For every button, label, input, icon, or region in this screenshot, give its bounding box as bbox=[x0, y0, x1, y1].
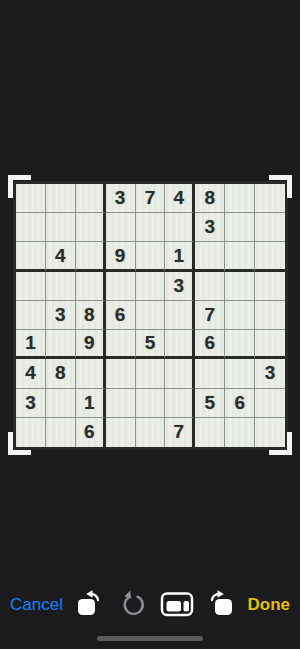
sudoku-cell bbox=[46, 213, 76, 242]
sudoku-cell: 3 bbox=[106, 184, 136, 213]
sudoku-cell bbox=[195, 359, 225, 388]
sudoku-cell bbox=[255, 242, 285, 271]
sudoku-cell bbox=[225, 418, 255, 447]
aspect-ratio-icon bbox=[159, 589, 195, 622]
sudoku-cell bbox=[225, 242, 255, 271]
sudoku-cell bbox=[165, 301, 195, 330]
sudoku-cell: 8 bbox=[46, 359, 76, 388]
sudoku-cell: 4 bbox=[165, 184, 195, 213]
sudoku-cell bbox=[46, 389, 76, 418]
sudoku-cell bbox=[136, 389, 166, 418]
sudoku-cell bbox=[106, 330, 136, 359]
sudoku-cell bbox=[46, 272, 76, 301]
home-indicator[interactable] bbox=[97, 636, 203, 641]
aspect-ratio-button[interactable] bbox=[159, 588, 195, 622]
sudoku-cell bbox=[195, 242, 225, 271]
sudoku-cell bbox=[16, 301, 46, 330]
sudoku-cell bbox=[106, 213, 136, 242]
sudoku-cell bbox=[255, 272, 285, 301]
sudoku-cell: 3 bbox=[195, 213, 225, 242]
rotate-right-button[interactable] bbox=[203, 588, 239, 622]
sudoku-cell bbox=[165, 359, 195, 388]
crop-handle-top-left[interactable] bbox=[8, 175, 31, 198]
sudoku-cell: 1 bbox=[76, 389, 106, 418]
sudoku-cell bbox=[106, 418, 136, 447]
sudoku-cell bbox=[136, 272, 166, 301]
undo-icon bbox=[118, 589, 148, 622]
sudoku-cell: 6 bbox=[76, 418, 106, 447]
crop-handle-bottom-right[interactable] bbox=[269, 432, 292, 455]
sudoku-cell bbox=[255, 389, 285, 418]
sudoku-cell bbox=[76, 359, 106, 388]
sudoku-cell: 1 bbox=[165, 242, 195, 271]
sudoku-cell bbox=[195, 272, 225, 301]
crop-handle-bottom-left[interactable] bbox=[8, 432, 31, 455]
rotate-left-icon bbox=[73, 588, 105, 623]
sudoku-cell bbox=[225, 359, 255, 388]
sudoku-cell bbox=[165, 389, 195, 418]
sudoku-cell: 3 bbox=[255, 359, 285, 388]
sudoku-cell: 3 bbox=[46, 301, 76, 330]
sudoku-cell bbox=[16, 242, 46, 271]
sudoku-cell bbox=[225, 330, 255, 359]
sudoku-cell bbox=[136, 301, 166, 330]
sudoku-cell bbox=[106, 272, 136, 301]
sudoku-cell bbox=[195, 418, 225, 447]
sudoku-cell bbox=[76, 242, 106, 271]
sudoku-cell bbox=[136, 418, 166, 447]
sudoku-cell bbox=[165, 330, 195, 359]
sudoku-cell: 1 bbox=[16, 330, 46, 359]
sudoku-cell: 6 bbox=[225, 389, 255, 418]
cancel-button[interactable]: Cancel bbox=[10, 595, 63, 615]
sudoku-cell: 9 bbox=[106, 242, 136, 271]
sudoku-cell: 9 bbox=[76, 330, 106, 359]
sudoku-cell bbox=[165, 213, 195, 242]
sudoku-cell bbox=[225, 272, 255, 301]
sudoku-cell: 8 bbox=[195, 184, 225, 213]
sudoku-cell bbox=[46, 184, 76, 213]
sudoku-cell bbox=[255, 301, 285, 330]
sudoku-cell: 4 bbox=[46, 242, 76, 271]
sudoku-cell bbox=[76, 184, 106, 213]
sudoku-cell bbox=[106, 359, 136, 388]
sudoku-cell: 5 bbox=[195, 389, 225, 418]
sudoku-cell bbox=[255, 330, 285, 359]
sudoku-cell bbox=[255, 213, 285, 242]
sudoku-cell bbox=[76, 272, 106, 301]
sudoku-cell bbox=[136, 213, 166, 242]
sudoku-cell bbox=[16, 213, 46, 242]
sudoku-cell bbox=[225, 301, 255, 330]
sudoku-cell bbox=[106, 389, 136, 418]
sudoku-cell: 7 bbox=[136, 184, 166, 213]
crop-handle-top-right[interactable] bbox=[269, 175, 292, 198]
undo-button[interactable] bbox=[115, 588, 151, 622]
sudoku-cell: 8 bbox=[76, 301, 106, 330]
rotate-right-icon bbox=[205, 588, 237, 623]
sudoku-cell: 6 bbox=[106, 301, 136, 330]
sudoku-cell bbox=[46, 330, 76, 359]
sudoku-cell: 3 bbox=[16, 389, 46, 418]
sudoku-cell bbox=[225, 213, 255, 242]
crop-toolbar: Cancel bbox=[0, 585, 300, 625]
sudoku-cell: 6 bbox=[195, 330, 225, 359]
sudoku-cell: 4 bbox=[16, 359, 46, 388]
sudoku-cell bbox=[46, 418, 76, 447]
done-button[interactable]: Done bbox=[247, 595, 290, 615]
sudoku-cell bbox=[16, 272, 46, 301]
sudoku-cell: 7 bbox=[165, 418, 195, 447]
sudoku-cell bbox=[136, 242, 166, 271]
sudoku-cell bbox=[76, 213, 106, 242]
sudoku-cell: 3 bbox=[165, 272, 195, 301]
sudoku-cell: 7 bbox=[195, 301, 225, 330]
sudoku-cell bbox=[225, 184, 255, 213]
rotate-left-button[interactable] bbox=[71, 588, 107, 622]
sudoku-cell: 5 bbox=[136, 330, 166, 359]
crop-photo[interactable]: 37483491338671956483315667 bbox=[13, 181, 288, 450]
sudoku-grid: 37483491338671956483315667 bbox=[13, 181, 288, 450]
sudoku-cell bbox=[136, 359, 166, 388]
